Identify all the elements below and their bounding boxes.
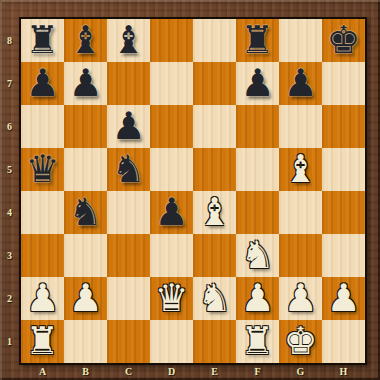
piece-white-pawn[interactable]: ♟	[279, 277, 322, 320]
square-c4[interactable]	[107, 191, 150, 234]
square-d4[interactable]: ♟	[150, 191, 193, 234]
chess-board-frame: ♜♝♝♜♚♟♟♟♟♟♛♞♝♞♟♝♞♟♟♛♞♟♟♟♜♜♚ 87654321 ABC…	[0, 0, 380, 380]
square-a4[interactable]	[21, 191, 64, 234]
square-f2[interactable]: ♟	[236, 277, 279, 320]
square-b6[interactable]	[64, 105, 107, 148]
square-g6[interactable]	[279, 105, 322, 148]
board-outline: ♜♝♝♜♚♟♟♟♟♟♛♞♝♞♟♝♞♟♟♛♞♟♟♟♜♜♚	[19, 17, 367, 365]
square-g1[interactable]: ♚	[279, 320, 322, 363]
square-h5[interactable]	[322, 148, 365, 191]
square-d8[interactable]	[150, 19, 193, 62]
square-f7[interactable]: ♟	[236, 62, 279, 105]
square-e3[interactable]	[193, 234, 236, 277]
square-d7[interactable]	[150, 62, 193, 105]
square-h1[interactable]	[322, 320, 365, 363]
square-h2[interactable]: ♟	[322, 277, 365, 320]
rank-label-6: 6	[0, 105, 19, 148]
square-f8[interactable]: ♜	[236, 19, 279, 62]
piece-white-pawn[interactable]: ♟	[21, 277, 64, 320]
piece-white-bishop[interactable]: ♝	[193, 191, 236, 234]
square-e4[interactable]: ♝	[193, 191, 236, 234]
rank-label-5: 5	[0, 148, 19, 191]
board-squares: ♜♝♝♜♚♟♟♟♟♟♛♞♝♞♟♝♞♟♟♛♞♟♟♟♜♜♚	[21, 19, 365, 363]
square-f1[interactable]: ♜	[236, 320, 279, 363]
square-h8[interactable]: ♚	[322, 19, 365, 62]
rank-label-7: 7	[0, 62, 19, 105]
square-b1[interactable]	[64, 320, 107, 363]
piece-black-pawn[interactable]: ♟	[150, 191, 193, 234]
square-c2[interactable]	[107, 277, 150, 320]
square-g5[interactable]: ♝	[279, 148, 322, 191]
piece-white-pawn[interactable]: ♟	[236, 277, 279, 320]
square-h4[interactable]	[322, 191, 365, 234]
square-d3[interactable]	[150, 234, 193, 277]
piece-white-queen[interactable]: ♛	[150, 277, 193, 320]
square-c1[interactable]	[107, 320, 150, 363]
file-label-c: C	[107, 364, 150, 379]
square-a7[interactable]: ♟	[21, 62, 64, 105]
piece-black-bishop[interactable]: ♝	[107, 19, 150, 62]
rank-label-3: 3	[0, 234, 19, 277]
square-e8[interactable]	[193, 19, 236, 62]
square-h3[interactable]	[322, 234, 365, 277]
piece-white-bishop[interactable]: ♝	[279, 148, 322, 191]
rank-label-1: 1	[0, 320, 19, 363]
piece-black-queen[interactable]: ♛	[21, 148, 64, 191]
square-f3[interactable]: ♞	[236, 234, 279, 277]
square-f4[interactable]	[236, 191, 279, 234]
square-b3[interactable]	[64, 234, 107, 277]
square-d2[interactable]: ♛	[150, 277, 193, 320]
piece-black-rook[interactable]: ♜	[236, 19, 279, 62]
square-b4[interactable]: ♞	[64, 191, 107, 234]
square-g3[interactable]	[279, 234, 322, 277]
square-c8[interactable]: ♝	[107, 19, 150, 62]
square-e1[interactable]	[193, 320, 236, 363]
file-label-a: A	[21, 364, 64, 379]
rank-label-4: 4	[0, 191, 19, 234]
square-c7[interactable]	[107, 62, 150, 105]
file-label-f: F	[236, 364, 279, 379]
piece-black-knight[interactable]: ♞	[107, 148, 150, 191]
piece-black-pawn[interactable]: ♟	[236, 62, 279, 105]
file-label-b: B	[64, 364, 107, 379]
square-d1[interactable]	[150, 320, 193, 363]
square-b5[interactable]	[64, 148, 107, 191]
square-c5[interactable]: ♞	[107, 148, 150, 191]
file-label-e: E	[193, 364, 236, 379]
square-a1[interactable]: ♜	[21, 320, 64, 363]
square-e7[interactable]	[193, 62, 236, 105]
piece-black-pawn[interactable]: ♟	[64, 62, 107, 105]
piece-black-knight[interactable]: ♞	[64, 191, 107, 234]
square-f6[interactable]	[236, 105, 279, 148]
square-d5[interactable]	[150, 148, 193, 191]
piece-black-king[interactable]: ♚	[322, 19, 365, 62]
square-a2[interactable]: ♟	[21, 277, 64, 320]
piece-black-bishop[interactable]: ♝	[64, 19, 107, 62]
piece-white-knight[interactable]: ♞	[236, 234, 279, 277]
square-e2[interactable]: ♞	[193, 277, 236, 320]
square-c3[interactable]	[107, 234, 150, 277]
square-a5[interactable]: ♛	[21, 148, 64, 191]
file-label-g: G	[279, 364, 322, 379]
file-label-h: H	[322, 364, 365, 379]
rank-label-2: 2	[0, 277, 19, 320]
square-b8[interactable]: ♝	[64, 19, 107, 62]
square-a8[interactable]: ♜	[21, 19, 64, 62]
square-g2[interactable]: ♟	[279, 277, 322, 320]
rank-label-8: 8	[0, 19, 19, 62]
piece-white-rook[interactable]: ♜	[236, 320, 279, 363]
piece-white-pawn[interactable]: ♟	[64, 277, 107, 320]
piece-black-pawn[interactable]: ♟	[107, 105, 150, 148]
square-g7[interactable]: ♟	[279, 62, 322, 105]
piece-white-knight[interactable]: ♞	[193, 277, 236, 320]
square-e5[interactable]	[193, 148, 236, 191]
square-g4[interactable]	[279, 191, 322, 234]
piece-white-rook[interactable]: ♜	[21, 320, 64, 363]
square-g8[interactable]	[279, 19, 322, 62]
square-d6[interactable]	[150, 105, 193, 148]
piece-black-pawn[interactable]: ♟	[21, 62, 64, 105]
square-b7[interactable]: ♟	[64, 62, 107, 105]
piece-white-king[interactable]: ♚	[279, 320, 322, 363]
square-h6[interactable]	[322, 105, 365, 148]
square-a6[interactable]	[21, 105, 64, 148]
piece-white-pawn[interactable]: ♟	[322, 277, 365, 320]
square-a3[interactable]	[21, 234, 64, 277]
square-c6[interactable]: ♟	[107, 105, 150, 148]
square-e6[interactable]	[193, 105, 236, 148]
square-f5[interactable]	[236, 148, 279, 191]
square-h7[interactable]	[322, 62, 365, 105]
square-b2[interactable]: ♟	[64, 277, 107, 320]
file-label-d: D	[150, 364, 193, 379]
piece-black-rook[interactable]: ♜	[21, 19, 64, 62]
piece-black-pawn[interactable]: ♟	[279, 62, 322, 105]
